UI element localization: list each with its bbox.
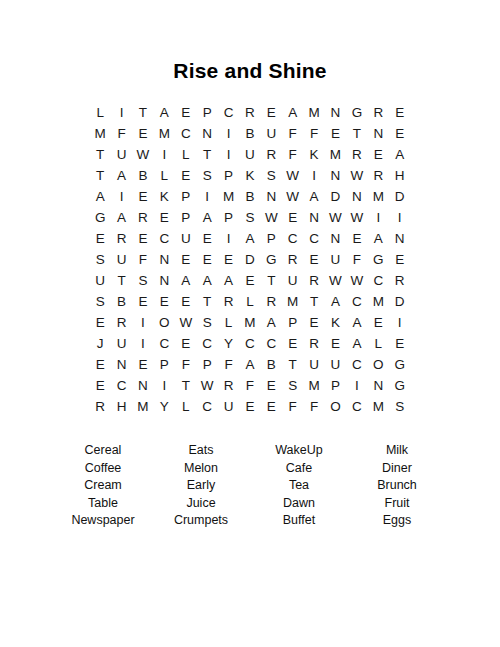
grid-cell-r10c15[interactable]: D <box>389 291 410 312</box>
grid-cell-r11c13[interactable]: A <box>346 312 367 333</box>
grid-cell-r3c12[interactable]: M <box>325 144 346 165</box>
grid-cell-r13c1[interactable]: E <box>90 354 111 375</box>
grid-cell-r1c1[interactable]: L <box>90 102 111 123</box>
grid-cell-r12c3[interactable]: I <box>132 333 153 354</box>
grid-cell-r15c3[interactable]: M <box>132 396 153 417</box>
grid-cell-r10c14[interactable]: M <box>368 291 389 312</box>
grid-cell-r13c7[interactable]: F <box>218 354 239 375</box>
word-item-fruit: Fruit <box>348 495 446 513</box>
grid-cell-r2c8[interactable]: B <box>239 123 260 144</box>
grid-cell-r5c7[interactable]: M <box>218 186 239 207</box>
grid-cell-r2c4[interactable]: M <box>154 123 175 144</box>
grid-cell-r9c15[interactable]: R <box>389 270 410 291</box>
grid-cell-r2c11[interactable]: F <box>303 123 324 144</box>
grid-cell-r9c8[interactable]: E <box>239 270 260 291</box>
grid-cell-r6c3[interactable]: R <box>132 207 153 228</box>
grid-cell-r5c8[interactable]: B <box>239 186 260 207</box>
grid-cell-r2c15[interactable]: E <box>389 123 410 144</box>
grid-cell-r1c9[interactable]: E <box>261 102 282 123</box>
grid-cell-r7c5[interactable]: U <box>175 228 196 249</box>
grid-cell-r3c11[interactable]: K <box>303 144 324 165</box>
grid-cell-r13c10[interactable]: T <box>282 354 303 375</box>
grid-cell-r8c4[interactable]: N <box>154 249 175 270</box>
word-item-melon: Melon <box>152 460 250 478</box>
grid-cell-r12c6[interactable]: C <box>196 333 217 354</box>
grid-cell-r7c11[interactable]: C <box>303 228 324 249</box>
grid-cell-r15c12[interactable]: O <box>325 396 346 417</box>
grid-cell-r2c2[interactable]: F <box>111 123 132 144</box>
grid-cell-r13c14[interactable]: O <box>368 354 389 375</box>
grid-cell-r5c1[interactable]: A <box>90 186 111 207</box>
grid-cell-r12c9[interactable]: C <box>261 333 282 354</box>
word-item-diner: Diner <box>348 460 446 478</box>
word-item-eggs: Eggs <box>348 512 446 530</box>
grid-cell-r8c2[interactable]: U <box>111 249 132 270</box>
grid-cell-r11c2[interactable]: R <box>111 312 132 333</box>
grid-cell-r14c1[interactable]: E <box>90 375 111 396</box>
word-item-cream: Cream <box>54 477 152 495</box>
grid-cell-r8c15[interactable]: E <box>389 249 410 270</box>
grid-cell-r10c11[interactable]: T <box>303 291 324 312</box>
grid-cell-r13c8[interactable]: A <box>239 354 260 375</box>
grid-cell-r11c10[interactable]: P <box>282 312 303 333</box>
grid-cell-r6c7[interactable]: P <box>218 207 239 228</box>
grid-cell-r12c8[interactable]: C <box>239 333 260 354</box>
grid-cell-r8c11[interactable]: E <box>303 249 324 270</box>
grid-cell-r13c9[interactable]: B <box>261 354 282 375</box>
grid-cell-r15c13[interactable]: C <box>346 396 367 417</box>
grid-cell-r15c15[interactable]: S <box>389 396 410 417</box>
grid-cell-r2c6[interactable]: N <box>196 123 217 144</box>
grid-cell-r11c15[interactable]: I <box>389 312 410 333</box>
grid-cell-r11c11[interactable]: E <box>303 312 324 333</box>
grid-cell-r12c5[interactable]: E <box>175 333 196 354</box>
grid-cell-r10c10[interactable]: M <box>282 291 303 312</box>
grid-cell-r1c3[interactable]: T <box>132 102 153 123</box>
grid-cell-r6c5[interactable]: P <box>175 207 196 228</box>
grid-cell-r14c8[interactable]: F <box>239 375 260 396</box>
grid-cell-r9c5[interactable]: A <box>175 270 196 291</box>
grid-cell-r3c15[interactable]: A <box>389 144 410 165</box>
grid-cell-r6c11[interactable]: N <box>303 207 324 228</box>
grid-cell-r3c14[interactable]: E <box>368 144 389 165</box>
grid-cell-r14c9[interactable]: E <box>261 375 282 396</box>
grid-cell-r4c5[interactable]: E <box>175 165 196 186</box>
grid-cell-r13c5[interactable]: F <box>175 354 196 375</box>
word-item-crumpets: Crumpets <box>152 512 250 530</box>
puzzle-title: Rise and Shine <box>0 0 500 83</box>
grid-cell-r4c14[interactable]: R <box>368 165 389 186</box>
grid-cell-r7c13[interactable]: E <box>346 228 367 249</box>
grid-cell-r7c6[interactable]: E <box>196 228 217 249</box>
grid-cell-r8c3[interactable]: F <box>132 249 153 270</box>
grid-cell-r1c4[interactable]: A <box>154 102 175 123</box>
grid-cell-r4c9[interactable]: S <box>261 165 282 186</box>
letter-grid: LITAEPCREAMNGREMFEMCNIBUFFETNETUWILTIURF… <box>90 102 411 417</box>
grid-cell-r14c5[interactable]: T <box>175 375 196 396</box>
grid-cell-r5c11[interactable]: A <box>303 186 324 207</box>
grid-cell-r6c12[interactable]: W <box>325 207 346 228</box>
grid-cell-r12c15[interactable]: E <box>389 333 410 354</box>
word-item-eats: Eats <box>152 442 250 460</box>
word-column-4: MilkDinerBrunchFruitEggs <box>348 442 446 530</box>
grid-cell-r9c14[interactable]: C <box>368 270 389 291</box>
grid-cell-r9c4[interactable]: N <box>154 270 175 291</box>
grid-cell-r11c5[interactable]: W <box>175 312 196 333</box>
grid-cell-r8c1[interactable]: S <box>90 249 111 270</box>
grid-cell-r8c6[interactable]: E <box>196 249 217 270</box>
grid-cell-r13c15[interactable]: G <box>389 354 410 375</box>
grid-cell-r3c8[interactable]: U <box>239 144 260 165</box>
grid-cell-r13c12[interactable]: U <box>325 354 346 375</box>
grid-cell-r11c8[interactable]: M <box>239 312 260 333</box>
grid-cell-r5c2[interactable]: I <box>111 186 132 207</box>
grid-cell-r3c9[interactable]: R <box>261 144 282 165</box>
grid-cell-r5c13[interactable]: N <box>346 186 367 207</box>
grid-cell-r11c9[interactable]: A <box>261 312 282 333</box>
grid-cell-r1c15[interactable]: E <box>389 102 410 123</box>
grid-cell-r4c13[interactable]: W <box>346 165 367 186</box>
grid-cell-r9c12[interactable]: W <box>325 270 346 291</box>
grid-cell-r11c3[interactable]: I <box>132 312 153 333</box>
grid-cell-r14c7[interactable]: R <box>218 375 239 396</box>
grid-cell-r15c6[interactable]: C <box>196 396 217 417</box>
word-item-cafe: Cafe <box>250 460 348 478</box>
grid-cell-r10c3[interactable]: E <box>132 291 153 312</box>
grid-cell-r10c13[interactable]: C <box>346 291 367 312</box>
grid-cell-r1c13[interactable]: G <box>346 102 367 123</box>
grid-cell-r13c13[interactable]: C <box>346 354 367 375</box>
grid-cell-r11c14[interactable]: E <box>368 312 389 333</box>
grid-cell-r13c2[interactable]: N <box>111 354 132 375</box>
grid-cell-r3c7[interactable]: I <box>218 144 239 165</box>
grid-cell-r1c8[interactable]: R <box>239 102 260 123</box>
grid-cell-r9c7[interactable]: A <box>218 270 239 291</box>
grid-cell-r10c9[interactable]: R <box>261 291 282 312</box>
grid-cell-r13c4[interactable]: P <box>154 354 175 375</box>
grid-cell-r1c5[interactable]: E <box>175 102 196 123</box>
grid-cell-r13c11[interactable]: U <box>303 354 324 375</box>
word-search-page: Rise and Shine LITAEPCREAMNGREMFEMCNIBUF… <box>0 0 500 647</box>
grid-cell-r4c4[interactable]: L <box>154 165 175 186</box>
grid-cell-r8c12[interactable]: U <box>325 249 346 270</box>
grid-cell-r11c1[interactable]: E <box>90 312 111 333</box>
word-list: CerealCoffeeCreamTableNewspaperEatsMelon… <box>54 442 446 530</box>
grid-cell-r4c8[interactable]: K <box>239 165 260 186</box>
grid-cell-r7c8[interactable]: A <box>239 228 260 249</box>
grid-cell-r15c1[interactable]: R <box>90 396 111 417</box>
grid-cell-r5c6[interactable]: I <box>196 186 217 207</box>
grid-cell-r2c14[interactable]: N <box>368 123 389 144</box>
word-column-1: CerealCoffeeCreamTableNewspaper <box>54 442 152 530</box>
grid-cell-r2c9[interactable]: U <box>261 123 282 144</box>
grid-cell-r15c2[interactable]: H <box>111 396 132 417</box>
grid-cell-r1c14[interactable]: R <box>368 102 389 123</box>
grid-cell-r7c10[interactable]: C <box>282 228 303 249</box>
grid-cell-r3c10[interactable]: F <box>282 144 303 165</box>
grid-cell-r15c8[interactable]: E <box>239 396 260 417</box>
grid-cell-r7c2[interactable]: R <box>111 228 132 249</box>
grid-cell-r12c7[interactable]: Y <box>218 333 239 354</box>
word-column-2: EatsMelonEarlyJuiceCrumpets <box>152 442 250 530</box>
grid-cell-r11c12[interactable]: K <box>325 312 346 333</box>
word-item-milk: Milk <box>348 442 446 460</box>
grid-cell-r5c10[interactable]: W <box>282 186 303 207</box>
grid-cell-r6c15[interactable]: I <box>389 207 410 228</box>
grid-cell-r9c2[interactable]: T <box>111 270 132 291</box>
grid-cell-r1c6[interactable]: P <box>196 102 217 123</box>
grid-cell-r8c7[interactable]: E <box>218 249 239 270</box>
grid-cell-r2c3[interactable]: E <box>132 123 153 144</box>
grid-cell-r2c12[interactable]: E <box>325 123 346 144</box>
grid-cell-r4c15[interactable]: H <box>389 165 410 186</box>
grid-cell-r7c3[interactable]: E <box>132 228 153 249</box>
grid-cell-r4c2[interactable]: A <box>111 165 132 186</box>
grid-cell-r8c10[interactable]: R <box>282 249 303 270</box>
grid-cell-r10c5[interactable]: E <box>175 291 196 312</box>
grid-cell-r4c3[interactable]: B <box>132 165 153 186</box>
word-item-cereal: Cereal <box>54 442 152 460</box>
grid-cell-r8c14[interactable]: G <box>368 249 389 270</box>
grid-cell-r9c13[interactable]: W <box>346 270 367 291</box>
grid-cell-r5c3[interactable]: E <box>132 186 153 207</box>
grid-cell-r8c8[interactable]: D <box>239 249 260 270</box>
word-item-brunch: Brunch <box>348 477 446 495</box>
grid-cell-r14c3[interactable]: N <box>132 375 153 396</box>
grid-cell-r13c6[interactable]: P <box>196 354 217 375</box>
grid-cell-r12c10[interactable]: E <box>282 333 303 354</box>
grid-cell-r15c9[interactable]: E <box>261 396 282 417</box>
word-item-tea: Tea <box>250 477 348 495</box>
grid-cell-r3c4[interactable]: I <box>154 144 175 165</box>
grid-cell-r6c4[interactable]: E <box>154 207 175 228</box>
grid-cell-r10c12[interactable]: A <box>325 291 346 312</box>
grid-cell-r12c2[interactable]: U <box>111 333 132 354</box>
grid-cell-r9c10[interactable]: U <box>282 270 303 291</box>
grid-cell-r6c14[interactable]: I <box>368 207 389 228</box>
grid-cell-r10c4[interactable]: E <box>154 291 175 312</box>
grid-cell-r1c7[interactable]: C <box>218 102 239 123</box>
grid-cell-r8c13[interactable]: F <box>346 249 367 270</box>
word-item-buffet: Buffet <box>250 512 348 530</box>
grid-cell-r14c2[interactable]: C <box>111 375 132 396</box>
grid-cell-r15c4[interactable]: Y <box>154 396 175 417</box>
grid-cell-r12c14[interactable]: L <box>368 333 389 354</box>
grid-cell-r6c13[interactable]: W <box>346 207 367 228</box>
grid-cell-r14c4[interactable]: I <box>154 375 175 396</box>
grid-cell-r7c14[interactable]: A <box>368 228 389 249</box>
grid-cell-r3c3[interactable]: W <box>132 144 153 165</box>
grid-cell-r5c4[interactable]: K <box>154 186 175 207</box>
grid-cell-r6c8[interactable]: S <box>239 207 260 228</box>
grid-cell-r2c5[interactable]: C <box>175 123 196 144</box>
grid-cell-r12c13[interactable]: A <box>346 333 367 354</box>
grid-cell-r10c8[interactable]: L <box>239 291 260 312</box>
grid-cell-r1c10[interactable]: A <box>282 102 303 123</box>
grid-cell-r10c6[interactable]: T <box>196 291 217 312</box>
grid-cell-r14c6[interactable]: W <box>196 375 217 396</box>
grid-cell-r14c14[interactable]: N <box>368 375 389 396</box>
grid-cell-r6c10[interactable]: E <box>282 207 303 228</box>
grid-cell-r10c2[interactable]: B <box>111 291 132 312</box>
grid-cell-r7c1[interactable]: E <box>90 228 111 249</box>
grid-cell-r5c12[interactable]: D <box>325 186 346 207</box>
grid-cell-r4c7[interactable]: P <box>218 165 239 186</box>
grid-cell-r1c2[interactable]: I <box>111 102 132 123</box>
grid-cell-r1c11[interactable]: M <box>303 102 324 123</box>
grid-cell-r4c12[interactable]: N <box>325 165 346 186</box>
word-item-dawn: Dawn <box>250 495 348 513</box>
grid-cell-r11c4[interactable]: O <box>154 312 175 333</box>
grid-cell-r5c9[interactable]: N <box>261 186 282 207</box>
grid-cell-r10c7[interactable]: R <box>218 291 239 312</box>
grid-cell-r6c1[interactable]: G <box>90 207 111 228</box>
word-item-early: Early <box>152 477 250 495</box>
grid-cell-r12c11[interactable]: R <box>303 333 324 354</box>
grid-cell-r9c6[interactable]: A <box>196 270 217 291</box>
grid-cell-r1c12[interactable]: N <box>325 102 346 123</box>
grid-cell-r7c15[interactable]: N <box>389 228 410 249</box>
grid-cell-r11c6[interactable]: S <box>196 312 217 333</box>
grid-cell-r15c5[interactable]: L <box>175 396 196 417</box>
grid-cell-r5c15[interactable]: D <box>389 186 410 207</box>
grid-cell-r3c6[interactable]: T <box>196 144 217 165</box>
grid-cell-r3c2[interactable]: U <box>111 144 132 165</box>
grid-cell-r4c11[interactable]: I <box>303 165 324 186</box>
grid-cell-r15c10[interactable]: F <box>282 396 303 417</box>
grid-cell-r6c9[interactable]: W <box>261 207 282 228</box>
grid-cell-r12c12[interactable]: E <box>325 333 346 354</box>
grid-cell-r14c13[interactable]: I <box>346 375 367 396</box>
grid-cell-r3c1[interactable]: T <box>90 144 111 165</box>
grid-cell-r9c3[interactable]: S <box>132 270 153 291</box>
grid-cell-r11c7[interactable]: L <box>218 312 239 333</box>
grid-cell-r14c15[interactable]: G <box>389 375 410 396</box>
grid-cell-r6c6[interactable]: A <box>196 207 217 228</box>
grid-cell-r6c2[interactable]: A <box>111 207 132 228</box>
word-column-3: WakeUpCafeTeaDawnBuffet <box>250 442 348 530</box>
grid-cell-r14c10[interactable]: S <box>282 375 303 396</box>
word-item-wakeup: WakeUp <box>250 442 348 460</box>
grid-cell-r15c11[interactable]: F <box>303 396 324 417</box>
grid-cell-r5c14[interactable]: M <box>368 186 389 207</box>
grid-cell-r7c9[interactable]: P <box>261 228 282 249</box>
grid-cell-r2c7[interactable]: I <box>218 123 239 144</box>
grid-cell-r5c5[interactable]: P <box>175 186 196 207</box>
grid-cell-r8c9[interactable]: G <box>261 249 282 270</box>
grid-cell-r15c7[interactable]: U <box>218 396 239 417</box>
grid-cell-r3c5[interactable]: L <box>175 144 196 165</box>
grid-cell-r9c11[interactable]: R <box>303 270 324 291</box>
grid-cell-r7c12[interactable]: N <box>325 228 346 249</box>
grid-cell-r7c4[interactable]: C <box>154 228 175 249</box>
grid-cell-r2c1[interactable]: M <box>90 123 111 144</box>
grid-cell-r8c5[interactable]: E <box>175 249 196 270</box>
word-item-coffee: Coffee <box>54 460 152 478</box>
grid-cell-r15c14[interactable]: M <box>368 396 389 417</box>
grid-cell-r10c1[interactable]: S <box>90 291 111 312</box>
grid-cell-r12c4[interactable]: C <box>154 333 175 354</box>
word-item-juice: Juice <box>152 495 250 513</box>
grid-cell-r2c13[interactable]: T <box>346 123 367 144</box>
word-item-newspaper: Newspaper <box>54 512 152 530</box>
grid-cell-r3c13[interactable]: R <box>346 144 367 165</box>
grid-cell-r4c6[interactable]: S <box>196 165 217 186</box>
grid-cell-r13c3[interactable]: E <box>132 354 153 375</box>
grid-cell-r12c1[interactable]: J <box>90 333 111 354</box>
grid-cell-r2c10[interactable]: F <box>282 123 303 144</box>
grid-cell-r9c1[interactable]: U <box>90 270 111 291</box>
grid-cell-r14c12[interactable]: P <box>325 375 346 396</box>
grid-cell-r14c11[interactable]: M <box>303 375 324 396</box>
word-item-table: Table <box>54 495 152 513</box>
grid-cell-r4c1[interactable]: T <box>90 165 111 186</box>
grid-cell-r9c9[interactable]: T <box>261 270 282 291</box>
grid-cell-r7c7[interactable]: I <box>218 228 239 249</box>
grid-cell-r4c10[interactable]: W <box>282 165 303 186</box>
